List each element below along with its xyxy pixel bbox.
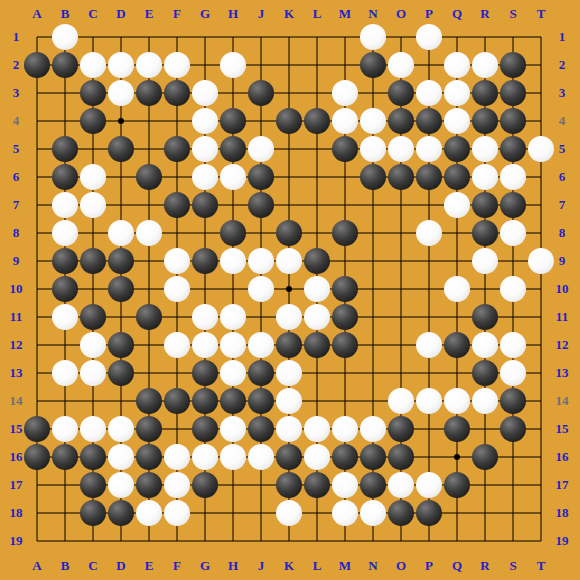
col-label-bottom-Q: Q — [452, 558, 462, 574]
row-label-right-12: 12 — [556, 337, 569, 353]
white-stone-F12[interactable] — [164, 332, 190, 358]
row-label-left-14: 14 — [10, 393, 23, 409]
row-label-left-19: 19 — [10, 533, 23, 549]
white-stone-Q10[interactable] — [444, 276, 470, 302]
white-stone-P14[interactable] — [416, 388, 442, 414]
black-stone-E16[interactable] — [136, 444, 162, 470]
black-stone-B10[interactable] — [52, 276, 78, 302]
white-stone-D16[interactable] — [108, 444, 134, 470]
white-stone-S13[interactable] — [500, 360, 526, 386]
black-stone-J3[interactable] — [248, 80, 274, 106]
white-stone-J9[interactable] — [248, 248, 274, 274]
row-label-left-2: 2 — [13, 57, 20, 73]
black-stone-O3[interactable] — [388, 80, 414, 106]
col-label-top-J: J — [258, 6, 265, 22]
black-stone-B5[interactable] — [52, 136, 78, 162]
white-stone-D2[interactable] — [108, 52, 134, 78]
col-label-bottom-B: B — [61, 558, 70, 574]
white-stone-J5[interactable] — [248, 136, 274, 162]
black-stone-A16[interactable] — [24, 444, 50, 470]
black-stone-R16[interactable] — [472, 444, 498, 470]
white-stone-F9[interactable] — [164, 248, 190, 274]
col-label-bottom-F: F — [173, 558, 181, 574]
col-label-bottom-S: S — [509, 558, 516, 574]
white-stone-K18[interactable] — [276, 500, 302, 526]
black-stone-K4[interactable] — [276, 108, 302, 134]
white-stone-B11[interactable] — [52, 304, 78, 330]
col-label-top-P: P — [425, 6, 433, 22]
black-stone-F3[interactable] — [164, 80, 190, 106]
row-label-right-18: 18 — [556, 505, 569, 521]
row-label-left-17: 17 — [10, 477, 23, 493]
row-label-right-3: 3 — [559, 85, 566, 101]
white-stone-L16[interactable] — [304, 444, 330, 470]
col-label-bottom-T: T — [537, 558, 546, 574]
row-label-left-4: 4 — [13, 113, 20, 129]
white-stone-N5[interactable] — [360, 136, 386, 162]
col-label-top-D: D — [116, 6, 125, 22]
row-label-left-18: 18 — [10, 505, 23, 521]
white-stone-O17[interactable] — [388, 472, 414, 498]
white-stone-M15[interactable] — [332, 416, 358, 442]
white-stone-Q2[interactable] — [444, 52, 470, 78]
white-stone-H12[interactable] — [220, 332, 246, 358]
white-stone-S10[interactable] — [500, 276, 526, 302]
black-stone-M10[interactable] — [332, 276, 358, 302]
white-stone-Q4[interactable] — [444, 108, 470, 134]
black-stone-O6[interactable] — [388, 164, 414, 190]
black-stone-O18[interactable] — [388, 500, 414, 526]
row-label-right-5: 5 — [559, 141, 566, 157]
white-stone-G4[interactable] — [192, 108, 218, 134]
white-stone-K11[interactable] — [276, 304, 302, 330]
row-label-right-13: 13 — [556, 365, 569, 381]
white-stone-O2[interactable] — [388, 52, 414, 78]
white-stone-P3[interactable] — [416, 80, 442, 106]
black-stone-J14[interactable] — [248, 388, 274, 414]
row-label-left-3: 3 — [13, 85, 20, 101]
black-stone-B6[interactable] — [52, 164, 78, 190]
white-stone-L10[interactable] — [304, 276, 330, 302]
black-stone-N17[interactable] — [360, 472, 386, 498]
black-stone-R11[interactable] — [472, 304, 498, 330]
black-stone-S7[interactable] — [500, 192, 526, 218]
black-stone-H5[interactable] — [220, 136, 246, 162]
black-stone-C18[interactable] — [80, 500, 106, 526]
black-stone-M12[interactable] — [332, 332, 358, 358]
row-label-left-5: 5 — [13, 141, 20, 157]
black-stone-G15[interactable] — [192, 416, 218, 442]
row-label-right-16: 16 — [556, 449, 569, 465]
col-label-bottom-E: E — [145, 558, 154, 574]
black-stone-D10[interactable] — [108, 276, 134, 302]
white-stone-H6[interactable] — [220, 164, 246, 190]
col-label-bottom-O: O — [396, 558, 406, 574]
white-stone-G3[interactable] — [192, 80, 218, 106]
black-stone-K12[interactable] — [276, 332, 302, 358]
black-stone-L9[interactable] — [304, 248, 330, 274]
row-label-right-17: 17 — [556, 477, 569, 493]
col-label-bottom-P: P — [425, 558, 433, 574]
col-label-bottom-M: M — [339, 558, 351, 574]
row-label-right-2: 2 — [559, 57, 566, 73]
black-stone-C11[interactable] — [80, 304, 106, 330]
col-label-top-A: A — [32, 6, 41, 22]
col-label-top-T: T — [537, 6, 546, 22]
black-stone-K16[interactable] — [276, 444, 302, 470]
white-stone-P17[interactable] — [416, 472, 442, 498]
black-stone-O4[interactable] — [388, 108, 414, 134]
star-point — [286, 286, 292, 292]
white-stone-H9[interactable] — [220, 248, 246, 274]
row-label-left-16: 16 — [10, 449, 23, 465]
white-stone-N1[interactable] — [360, 24, 386, 50]
black-stone-Q5[interactable] — [444, 136, 470, 162]
black-stone-Q17[interactable] — [444, 472, 470, 498]
black-stone-O15[interactable] — [388, 416, 414, 442]
black-stone-A2[interactable] — [24, 52, 50, 78]
white-stone-D15[interactable] — [108, 416, 134, 442]
white-stone-O5[interactable] — [388, 136, 414, 162]
black-stone-B2[interactable] — [52, 52, 78, 78]
white-stone-J10[interactable] — [248, 276, 274, 302]
col-label-bottom-J: J — [258, 558, 265, 574]
black-stone-H8[interactable] — [220, 220, 246, 246]
black-stone-S2[interactable] — [500, 52, 526, 78]
white-stone-B8[interactable] — [52, 220, 78, 246]
col-label-top-G: G — [200, 6, 210, 22]
col-label-bottom-D: D — [116, 558, 125, 574]
black-stone-H14[interactable] — [220, 388, 246, 414]
col-label-top-H: H — [228, 6, 238, 22]
col-label-bottom-G: G — [200, 558, 210, 574]
white-stone-Q14[interactable] — [444, 388, 470, 414]
white-stone-F10[interactable] — [164, 276, 190, 302]
white-stone-M3[interactable] — [332, 80, 358, 106]
col-label-top-C: C — [88, 6, 97, 22]
row-label-right-15: 15 — [556, 421, 569, 437]
black-stone-R3[interactable] — [472, 80, 498, 106]
black-stone-E11[interactable] — [136, 304, 162, 330]
row-label-left-7: 7 — [13, 197, 20, 213]
black-stone-E15[interactable] — [136, 416, 162, 442]
row-label-right-14: 14 — [556, 393, 569, 409]
col-label-top-S: S — [509, 6, 516, 22]
white-stone-N18[interactable] — [360, 500, 386, 526]
white-stone-D17[interactable] — [108, 472, 134, 498]
black-stone-L4[interactable] — [304, 108, 330, 134]
black-stone-G7[interactable] — [192, 192, 218, 218]
row-label-left-9: 9 — [13, 253, 20, 269]
black-stone-E17[interactable] — [136, 472, 162, 498]
col-label-top-M: M — [339, 6, 351, 22]
col-label-bottom-A: A — [32, 558, 41, 574]
white-stone-G12[interactable] — [192, 332, 218, 358]
white-stone-H13[interactable] — [220, 360, 246, 386]
black-stone-J15[interactable] — [248, 416, 274, 442]
white-stone-H16[interactable] — [220, 444, 246, 470]
white-stone-R12[interactable] — [472, 332, 498, 358]
white-stone-T5[interactable] — [528, 136, 554, 162]
white-stone-S8[interactable] — [500, 220, 526, 246]
black-stone-S3[interactable] — [500, 80, 526, 106]
white-stone-C13[interactable] — [80, 360, 106, 386]
white-stone-P5[interactable] — [416, 136, 442, 162]
white-stone-R9[interactable] — [472, 248, 498, 274]
black-stone-A15[interactable] — [24, 416, 50, 442]
white-stone-T9[interactable] — [528, 248, 554, 274]
black-stone-S14[interactable] — [500, 388, 526, 414]
white-stone-G6[interactable] — [192, 164, 218, 190]
white-stone-P8[interactable] — [416, 220, 442, 246]
white-stone-F17[interactable] — [164, 472, 190, 498]
white-stone-R14[interactable] — [472, 388, 498, 414]
black-stone-F7[interactable] — [164, 192, 190, 218]
black-stone-N2[interactable] — [360, 52, 386, 78]
col-label-bottom-C: C — [88, 558, 97, 574]
row-label-right-19: 19 — [556, 533, 569, 549]
white-stone-B15[interactable] — [52, 416, 78, 442]
black-stone-E14[interactable] — [136, 388, 162, 414]
col-label-top-F: F — [173, 6, 181, 22]
black-stone-N16[interactable] — [360, 444, 386, 470]
black-stone-B9[interactable] — [52, 248, 78, 274]
black-stone-E6[interactable] — [136, 164, 162, 190]
white-stone-F18[interactable] — [164, 500, 190, 526]
white-stone-S12[interactable] — [500, 332, 526, 358]
black-stone-S4[interactable] — [500, 108, 526, 134]
black-stone-F14[interactable] — [164, 388, 190, 414]
black-stone-R7[interactable] — [472, 192, 498, 218]
row-label-left-1: 1 — [13, 29, 20, 45]
white-stone-C15[interactable] — [80, 416, 106, 442]
white-stone-R2[interactable] — [472, 52, 498, 78]
black-stone-H4[interactable] — [220, 108, 246, 134]
col-label-bottom-R: R — [480, 558, 489, 574]
white-stone-D3[interactable] — [108, 80, 134, 106]
col-label-bottom-N: N — [368, 558, 377, 574]
black-stone-Q6[interactable] — [444, 164, 470, 190]
white-stone-P12[interactable] — [416, 332, 442, 358]
col-label-top-K: K — [284, 6, 294, 22]
row-label-left-6: 6 — [13, 169, 20, 185]
white-stone-B13[interactable] — [52, 360, 78, 386]
white-stone-C6[interactable] — [80, 164, 106, 190]
white-stone-H15[interactable] — [220, 416, 246, 442]
col-label-top-E: E — [145, 6, 154, 22]
col-label-top-Q: Q — [452, 6, 462, 22]
black-stone-O16[interactable] — [388, 444, 414, 470]
row-label-right-4: 4 — [559, 113, 566, 129]
white-stone-N15[interactable] — [360, 416, 386, 442]
white-stone-B7[interactable] — [52, 192, 78, 218]
white-stone-K9[interactable] — [276, 248, 302, 274]
black-stone-C9[interactable] — [80, 248, 106, 274]
black-stone-C17[interactable] — [80, 472, 106, 498]
white-stone-G16[interactable] — [192, 444, 218, 470]
white-stone-G5[interactable] — [192, 136, 218, 162]
black-stone-D18[interactable] — [108, 500, 134, 526]
row-label-right-1: 1 — [559, 29, 566, 45]
black-stone-D12[interactable] — [108, 332, 134, 358]
black-stone-D5[interactable] — [108, 136, 134, 162]
row-label-right-8: 8 — [559, 225, 566, 241]
black-stone-C4[interactable] — [80, 108, 106, 134]
black-stone-M5[interactable] — [332, 136, 358, 162]
black-stone-S15[interactable] — [500, 416, 526, 442]
black-stone-E3[interactable] — [136, 80, 162, 106]
white-stone-F16[interactable] — [164, 444, 190, 470]
white-stone-C2[interactable] — [80, 52, 106, 78]
black-stone-J7[interactable] — [248, 192, 274, 218]
row-label-left-8: 8 — [13, 225, 20, 241]
white-stone-R6[interactable] — [472, 164, 498, 190]
white-stone-S6[interactable] — [500, 164, 526, 190]
white-stone-K15[interactable] — [276, 416, 302, 442]
col-label-top-O: O — [396, 6, 406, 22]
row-label-left-11: 11 — [10, 309, 22, 325]
row-label-right-6: 6 — [559, 169, 566, 185]
white-stone-J12[interactable] — [248, 332, 274, 358]
black-stone-N6[interactable] — [360, 164, 386, 190]
black-stone-P18[interactable] — [416, 500, 442, 526]
row-label-right-7: 7 — [559, 197, 566, 213]
row-label-left-10: 10 — [10, 281, 23, 297]
black-stone-G17[interactable] — [192, 472, 218, 498]
black-stone-L17[interactable] — [304, 472, 330, 498]
white-stone-R5[interactable] — [472, 136, 498, 162]
black-stone-K8[interactable] — [276, 220, 302, 246]
white-stone-P1[interactable] — [416, 24, 442, 50]
row-label-right-11: 11 — [556, 309, 568, 325]
white-stone-L11[interactable] — [304, 304, 330, 330]
white-stone-L15[interactable] — [304, 416, 330, 442]
black-stone-Q12[interactable] — [444, 332, 470, 358]
col-label-bottom-K: K — [284, 558, 294, 574]
white-stone-M18[interactable] — [332, 500, 358, 526]
white-stone-G11[interactable] — [192, 304, 218, 330]
black-stone-L12[interactable] — [304, 332, 330, 358]
black-stone-R13[interactable] — [472, 360, 498, 386]
black-stone-C3[interactable] — [80, 80, 106, 106]
black-stone-C16[interactable] — [80, 444, 106, 470]
black-stone-K17[interactable] — [276, 472, 302, 498]
black-stone-P4[interactable] — [416, 108, 442, 134]
white-stone-E8[interactable] — [136, 220, 162, 246]
white-stone-B1[interactable] — [52, 24, 78, 50]
black-stone-D13[interactable] — [108, 360, 134, 386]
white-stone-N4[interactable] — [360, 108, 386, 134]
black-stone-D9[interactable] — [108, 248, 134, 274]
row-label-left-12: 12 — [10, 337, 23, 353]
black-stone-P6[interactable] — [416, 164, 442, 190]
black-stone-J6[interactable] — [248, 164, 274, 190]
col-label-top-L: L — [313, 6, 322, 22]
col-label-top-R: R — [480, 6, 489, 22]
white-stone-K13[interactable] — [276, 360, 302, 386]
white-stone-Q7[interactable] — [444, 192, 470, 218]
col-label-bottom-L: L — [313, 558, 322, 574]
row-label-right-10: 10 — [556, 281, 569, 297]
black-stone-Q15[interactable] — [444, 416, 470, 442]
white-stone-D8[interactable] — [108, 220, 134, 246]
black-stone-R8[interactable] — [472, 220, 498, 246]
black-stone-M11[interactable] — [332, 304, 358, 330]
black-stone-M8[interactable] — [332, 220, 358, 246]
go-board[interactable]: AABBCCDDEEFFGGHHJJKKLLMMNNOOPPQQRRSSTT11… — [0, 0, 580, 580]
black-stone-G14[interactable] — [192, 388, 218, 414]
white-stone-E2[interactable] — [136, 52, 162, 78]
white-stone-O14[interactable] — [388, 388, 414, 414]
row-label-left-13: 13 — [10, 365, 23, 381]
star-point — [454, 454, 460, 460]
col-label-bottom-H: H — [228, 558, 238, 574]
black-stone-J13[interactable] — [248, 360, 274, 386]
row-label-right-9: 9 — [559, 253, 566, 269]
black-stone-F5[interactable] — [164, 136, 190, 162]
white-stone-F2[interactable] — [164, 52, 190, 78]
white-stone-C12[interactable] — [80, 332, 106, 358]
white-stone-K14[interactable] — [276, 388, 302, 414]
white-stone-C7[interactable] — [80, 192, 106, 218]
white-stone-H11[interactable] — [220, 304, 246, 330]
white-stone-M4[interactable] — [332, 108, 358, 134]
white-stone-H2[interactable] — [220, 52, 246, 78]
col-label-top-B: B — [61, 6, 70, 22]
black-stone-R4[interactable] — [472, 108, 498, 134]
black-stone-S5[interactable] — [500, 136, 526, 162]
black-stone-M16[interactable] — [332, 444, 358, 470]
black-stone-G13[interactable] — [192, 360, 218, 386]
white-stone-M17[interactable] — [332, 472, 358, 498]
black-stone-G9[interactable] — [192, 248, 218, 274]
col-label-top-N: N — [368, 6, 377, 22]
white-stone-J16[interactable] — [248, 444, 274, 470]
white-stone-Q3[interactable] — [444, 80, 470, 106]
row-label-left-15: 15 — [10, 421, 23, 437]
black-stone-B16[interactable] — [52, 444, 78, 470]
white-stone-E18[interactable] — [136, 500, 162, 526]
star-point — [118, 118, 124, 124]
